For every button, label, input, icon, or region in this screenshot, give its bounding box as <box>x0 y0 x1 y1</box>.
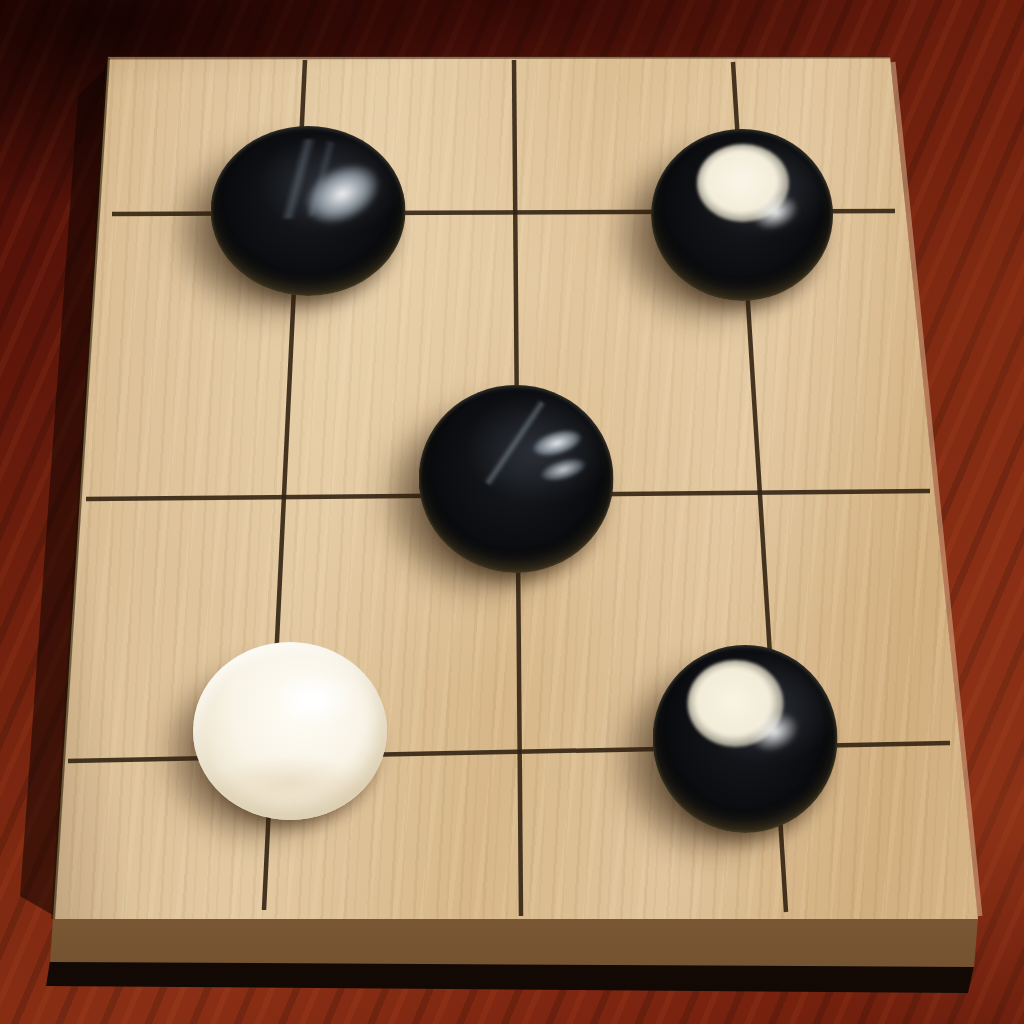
intersection-c2[interactable] <box>634 347 864 617</box>
intersection-b3[interactable] <box>404 77 634 347</box>
photo-scene <box>0 0 1024 1024</box>
black-stone-center[interactable] <box>419 385 614 573</box>
black-stone-top-left[interactable] <box>211 126 406 296</box>
intersection-c3[interactable] <box>634 77 864 347</box>
intersection-a1[interactable] <box>174 617 404 887</box>
board-grid <box>174 77 864 887</box>
intersection-b2[interactable] <box>404 347 634 617</box>
intersection-b1[interactable] <box>404 617 634 887</box>
white-stone-bottom-left[interactable] <box>193 642 387 820</box>
intersection-a2[interactable] <box>174 347 404 617</box>
intersection-a3[interactable] <box>174 77 404 347</box>
black-stone-bottom-right[interactable] <box>653 645 838 833</box>
intersection-c1[interactable] <box>634 617 864 887</box>
black-stone-top-right[interactable] <box>651 129 833 301</box>
